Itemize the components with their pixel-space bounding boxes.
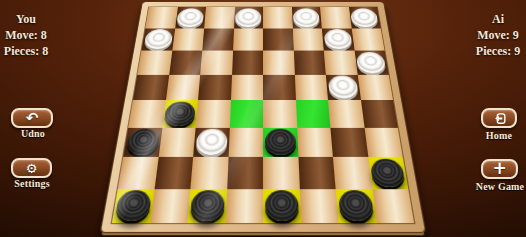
square-r5c1[interactable] (128, 100, 165, 127)
left-player-name: You (0, 11, 54, 27)
white-checker (144, 29, 173, 49)
undo-button-label: Udno (0, 128, 66, 139)
square-r6c1[interactable] (123, 127, 162, 156)
right-player-pieces: Pieces: 9 (470, 43, 526, 59)
home-button[interactable] (481, 108, 517, 128)
square-r3c8[interactable] (354, 51, 388, 75)
square-r3c5[interactable] (263, 51, 294, 75)
exit-door-icon (492, 111, 507, 126)
square-r6c5[interactable] (263, 127, 298, 156)
square-r7c1[interactable] (118, 157, 158, 189)
square-r3c3[interactable] (200, 51, 232, 75)
square-r1c7[interactable] (320, 7, 351, 28)
square-r3c1[interactable] (137, 51, 171, 75)
right-player-move: Move: 9 (470, 27, 526, 43)
white-checker (235, 8, 261, 26)
black-checker (126, 129, 160, 155)
settings-button-label: Settings (0, 178, 65, 189)
square-r2c8[interactable] (351, 28, 384, 50)
square-r6c7[interactable] (330, 127, 367, 156)
square-r8c5[interactable] (263, 189, 301, 223)
white-checker (293, 8, 320, 26)
new-game-button-label: New Game (467, 181, 526, 192)
black-checker (370, 159, 406, 187)
white-checker (195, 129, 227, 155)
right-player-name: Ai (470, 11, 526, 27)
board-frame (101, 2, 425, 232)
square-r2c7[interactable] (322, 28, 354, 50)
square-r3c4[interactable] (232, 51, 263, 75)
square-r7c4[interactable] (227, 157, 263, 189)
white-checker (350, 8, 378, 26)
black-checker (190, 191, 225, 221)
square-r1c4[interactable] (234, 7, 263, 28)
square-r2c2[interactable] (172, 28, 204, 50)
square-r8c3[interactable] (187, 189, 226, 223)
square-r3c6[interactable] (293, 51, 325, 75)
square-r6c8[interactable] (364, 127, 403, 156)
square-r4c4[interactable] (231, 74, 264, 100)
square-r5c3[interactable] (196, 100, 231, 127)
gear-icon: ⚙ (26, 162, 38, 175)
square-r2c5[interactable] (263, 28, 293, 50)
square-r2c1[interactable] (141, 28, 174, 50)
square-r2c3[interactable] (202, 28, 233, 50)
home-button-label: Home (466, 130, 526, 141)
square-r5c8[interactable] (361, 100, 398, 127)
settings-button[interactable]: ⚙ (11, 158, 52, 178)
square-r4c5[interactable] (263, 74, 296, 100)
square-r1c6[interactable] (292, 7, 322, 28)
black-checker (338, 191, 374, 221)
square-r8c2[interactable] (150, 189, 191, 223)
square-r4c1[interactable] (133, 74, 169, 100)
square-r7c2[interactable] (154, 157, 193, 189)
square-r1c8[interactable] (349, 7, 381, 28)
square-r4c2[interactable] (166, 74, 201, 100)
square-r1c3[interactable] (204, 7, 234, 28)
square-r2c4[interactable] (233, 28, 263, 50)
square-r6c6[interactable] (297, 127, 333, 156)
square-r4c8[interactable] (357, 74, 393, 100)
right-player-stats: Ai Move: 9 Pieces: 9 (470, 11, 526, 59)
white-checker (328, 76, 359, 98)
square-r6c3[interactable] (193, 127, 229, 156)
square-r1c1[interactable] (145, 7, 177, 28)
square-r7c8[interactable] (368, 157, 408, 189)
black-checker (265, 191, 298, 221)
square-r1c2[interactable] (175, 7, 206, 28)
square-r5c4[interactable] (229, 100, 263, 127)
undo-arrow-icon: ↶ (26, 111, 39, 126)
black-checker (265, 129, 296, 155)
black-checker (115, 191, 152, 221)
left-player-stats: You Move: 8 Pieces: 8 (0, 11, 54, 59)
square-r8c7[interactable] (336, 189, 377, 223)
left-player-pieces: Pieces: 8 (0, 43, 54, 59)
square-r5c2[interactable] (162, 100, 198, 127)
square-r4c7[interactable] (326, 74, 361, 100)
square-r2c6[interactable] (292, 28, 323, 50)
square-r8c4[interactable] (225, 189, 263, 223)
white-checker (177, 8, 204, 26)
square-r6c4[interactable] (228, 127, 263, 156)
square-r7c6[interactable] (298, 157, 336, 189)
square-r1c5[interactable] (263, 7, 292, 28)
square-r5c7[interactable] (328, 100, 364, 127)
square-r8c1[interactable] (112, 189, 154, 223)
checkers-app: You Move: 8 Pieces: 8 Ai Move: 9 Pieces:… (0, 0, 526, 237)
new-game-button[interactable]: + (481, 159, 518, 179)
square-r3c2[interactable] (169, 51, 202, 75)
white-checker (356, 52, 386, 73)
square-r5c5[interactable] (263, 100, 297, 127)
square-r3c7[interactable] (324, 51, 357, 75)
square-r4c6[interactable] (294, 74, 328, 100)
board-grid (112, 7, 414, 223)
square-r8c8[interactable] (372, 189, 414, 223)
black-checker (164, 102, 196, 126)
plus-icon: + (492, 160, 506, 177)
square-r4c3[interactable] (198, 74, 232, 100)
square-r7c3[interactable] (190, 157, 228, 189)
left-player-move: Move: 8 (0, 27, 54, 43)
square-r6c2[interactable] (158, 127, 195, 156)
square-r7c5[interactable] (263, 157, 299, 189)
square-r5c6[interactable] (296, 100, 331, 127)
undo-button[interactable]: ↶ (11, 108, 53, 128)
square-r7c7[interactable] (333, 157, 372, 189)
square-r8c6[interactable] (299, 189, 338, 223)
white-checker (324, 29, 352, 49)
